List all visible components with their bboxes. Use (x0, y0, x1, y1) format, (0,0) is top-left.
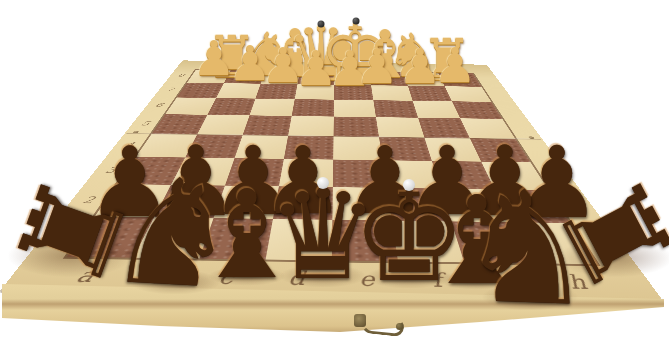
square-f6[interactable] (373, 100, 418, 118)
square-d6[interactable] (292, 99, 334, 117)
square-e6[interactable] (334, 100, 376, 118)
rank-label-6: 6 (153, 102, 164, 108)
rank-label-7: 7 (166, 87, 176, 92)
king-finial-e1 (403, 179, 415, 191)
queen-finial-d8 (318, 21, 325, 28)
king-finial-e8 (353, 18, 360, 25)
square-b6[interactable] (207, 98, 255, 116)
piece-light-pawn-f7[interactable]: ♟ (355, 42, 398, 90)
piece-light-pawn-h7[interactable]: ♟ (433, 41, 476, 89)
chess-set-photo: 8 7 6 5 4 3 2 1 a b c d e f (0, 0, 669, 350)
square-h6[interactable] (452, 101, 502, 119)
square-c6[interactable] (250, 98, 295, 116)
rank-label-8: 8 (176, 73, 186, 78)
clasp-latch-icon (346, 312, 406, 338)
queen-finial-d1 (317, 177, 329, 189)
